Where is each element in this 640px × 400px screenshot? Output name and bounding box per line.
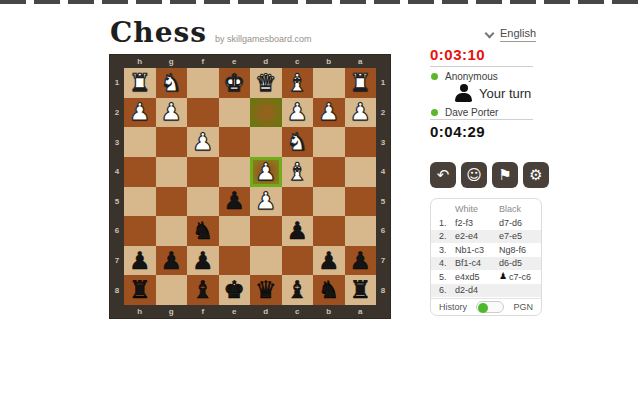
rank-label-7: 7 bbox=[110, 246, 124, 276]
page: Chess by skillgamesboard.com hgfedcba1♜♞… bbox=[0, 0, 640, 400]
square-e1[interactable]: ♚ bbox=[219, 68, 251, 98]
square-a4[interactable] bbox=[345, 157, 377, 187]
square-a1[interactable]: ♜ bbox=[345, 68, 377, 98]
file-label-c: c bbox=[282, 55, 314, 68]
file-label-f: f bbox=[187, 305, 219, 318]
square-c8[interactable]: ♝ bbox=[282, 275, 314, 305]
file-label-h: h bbox=[124, 305, 156, 318]
online-status-icon bbox=[431, 73, 438, 80]
square-e4[interactable] bbox=[219, 157, 251, 187]
person-icon bbox=[455, 84, 472, 102]
piece-black-king: ♚ bbox=[223, 278, 245, 302]
rank-label-7: 7 bbox=[376, 246, 390, 276]
move-number: 1. bbox=[431, 218, 455, 228]
square-c1[interactable]: ♝ bbox=[282, 68, 314, 98]
white-move: e2-e4 bbox=[455, 231, 499, 241]
piece-black-rook: ♜ bbox=[129, 278, 151, 302]
player-row-opponent: Anonymous bbox=[431, 71, 498, 82]
square-e6[interactable] bbox=[219, 216, 251, 246]
piece-white-pawn: ♟ bbox=[192, 130, 214, 154]
file-label-g: g bbox=[156, 55, 188, 68]
square-g2[interactable]: ♟ bbox=[156, 98, 188, 128]
opponent-timer: 0:03:10 bbox=[430, 46, 485, 63]
player-name: Dave Porter bbox=[445, 107, 498, 118]
language-selector[interactable]: English bbox=[486, 27, 536, 42]
piece-white-pawn: ♟ bbox=[129, 100, 151, 124]
square-h2[interactable]: ♟ bbox=[124, 98, 156, 128]
square-d1[interactable]: ♛ bbox=[250, 68, 282, 98]
file-label-a: a bbox=[345, 55, 377, 68]
self-timer: 0:04:29 bbox=[430, 123, 485, 140]
file-label-d: d bbox=[250, 55, 282, 68]
square-g4[interactable] bbox=[156, 157, 188, 187]
square-g6[interactable] bbox=[156, 216, 188, 246]
square-c3[interactable]: ♞ bbox=[282, 127, 314, 157]
square-h3[interactable] bbox=[124, 127, 156, 157]
square-d8[interactable]: ♛ bbox=[250, 275, 282, 305]
board-corner bbox=[110, 55, 124, 68]
square-f1[interactable] bbox=[187, 68, 219, 98]
square-b3[interactable] bbox=[313, 127, 345, 157]
square-g1[interactable]: ♞ bbox=[156, 68, 188, 98]
player-row-self: Dave Porter bbox=[431, 107, 498, 118]
rank-label-5: 5 bbox=[110, 187, 124, 217]
white-move: d2-d4 bbox=[455, 285, 499, 295]
rank-label-4: 4 bbox=[376, 157, 390, 187]
piece-black-knight: ♞ bbox=[318, 278, 340, 302]
square-c5[interactable] bbox=[282, 187, 314, 217]
move-row: 6.d2-d4 bbox=[431, 284, 541, 298]
rank-label-6: 6 bbox=[376, 216, 390, 246]
file-label-b: b bbox=[313, 305, 345, 318]
rank-label-8: 8 bbox=[376, 275, 390, 305]
square-c7[interactable] bbox=[282, 246, 314, 276]
piece-black-pawn: ♟ bbox=[192, 249, 214, 273]
move-table: WhiteBlack1.f2-f3d7-d62.e2-e4e7-e53.Nb1-… bbox=[431, 199, 541, 297]
top-dashed-strip bbox=[0, 0, 640, 4]
square-f7[interactable]: ♟ bbox=[187, 246, 219, 276]
language-label[interactable]: English bbox=[500, 27, 536, 42]
piece-white-king: ♚ bbox=[223, 71, 245, 95]
black-move-text: d6-d5 bbox=[499, 258, 522, 268]
rank-label-3: 3 bbox=[110, 127, 124, 157]
toolbar: ↶☺⚑⚙ bbox=[430, 162, 549, 188]
file-label-c: c bbox=[282, 305, 314, 318]
rank-label-5: 5 bbox=[376, 187, 390, 217]
history-label: History bbox=[439, 302, 467, 312]
piece-white-rook: ♜ bbox=[349, 71, 371, 95]
column-header-white: White bbox=[455, 204, 499, 214]
piece-white-pawn: ♟ bbox=[160, 100, 182, 124]
piece-white-rook: ♜ bbox=[129, 71, 151, 95]
square-d5[interactable]: ♟ bbox=[250, 187, 282, 217]
square-f3[interactable]: ♟ bbox=[187, 127, 219, 157]
rank-label-4: 4 bbox=[110, 157, 124, 187]
square-d7[interactable] bbox=[250, 246, 282, 276]
black-move: d7-d6 bbox=[499, 218, 541, 228]
piece-black-pawn: ♟ bbox=[286, 219, 308, 243]
page-title: Chess bbox=[110, 16, 207, 49]
move-number: 2. bbox=[431, 231, 455, 241]
white-move: Bf1-c4 bbox=[455, 258, 499, 268]
smiley-button[interactable]: ☺ bbox=[461, 162, 487, 188]
square-b1[interactable] bbox=[313, 68, 345, 98]
piece-black-rook: ♜ bbox=[349, 278, 371, 302]
square-a6[interactable] bbox=[345, 216, 377, 246]
square-h6[interactable] bbox=[124, 216, 156, 246]
rank-label-6: 6 bbox=[110, 216, 124, 246]
turn-indicator: Your turn bbox=[455, 84, 531, 102]
piece-black-pawn: ♟ bbox=[349, 249, 371, 273]
piece-white-queen: ♛ bbox=[255, 71, 277, 95]
file-label-f: f bbox=[187, 55, 219, 68]
piece-black-bishop: ♝ bbox=[286, 278, 308, 302]
square-g7[interactable]: ♟ bbox=[156, 246, 188, 276]
settings-button[interactable]: ⚙ bbox=[523, 162, 549, 188]
square-b6[interactable] bbox=[313, 216, 345, 246]
black-move: d6-d5 bbox=[499, 258, 541, 268]
square-f5[interactable] bbox=[187, 187, 219, 217]
move-row: 5.e4xd5♟c7-c6 bbox=[431, 270, 541, 284]
white-move: Nb1-c3 bbox=[455, 245, 499, 255]
file-label-a: a bbox=[345, 305, 377, 318]
white-move: e4xd5 bbox=[455, 272, 499, 282]
move-row: 4.Bf1-c4d6-d5 bbox=[431, 257, 541, 271]
square-e8[interactable]: ♚ bbox=[219, 275, 251, 305]
file-label-e: e bbox=[219, 305, 251, 318]
pawn-icon: ♟ bbox=[499, 272, 507, 281]
undo-button[interactable]: ↶ bbox=[430, 162, 456, 188]
square-h4[interactable] bbox=[124, 157, 156, 187]
page-subtitle: by skillgamesboard.com bbox=[215, 34, 312, 44]
square-h8[interactable]: ♜ bbox=[124, 275, 156, 305]
file-label-d: d bbox=[250, 305, 282, 318]
square-g8[interactable] bbox=[156, 275, 188, 305]
turn-label: Your turn bbox=[479, 86, 531, 101]
square-g3[interactable] bbox=[156, 127, 188, 157]
file-label-g: g bbox=[156, 305, 188, 318]
square-b5[interactable] bbox=[313, 187, 345, 217]
square-d2[interactable] bbox=[250, 98, 282, 128]
square-b2[interactable]: ♟ bbox=[313, 98, 345, 128]
move-number: 5. bbox=[431, 272, 455, 282]
move-number: 4. bbox=[431, 258, 455, 268]
title-row: Chess by skillgamesboard.com bbox=[110, 16, 312, 49]
square-f6[interactable]: ♞ bbox=[187, 216, 219, 246]
square-f8[interactable]: ♝ bbox=[187, 275, 219, 305]
square-b7[interactable]: ♟ bbox=[313, 246, 345, 276]
pgn-label: PGN bbox=[513, 302, 533, 312]
square-h5[interactable] bbox=[124, 187, 156, 217]
piece-black-pawn: ♟ bbox=[223, 189, 245, 213]
black-move: Ng8-f6 bbox=[499, 245, 541, 255]
piece-black-knight: ♞ bbox=[192, 219, 214, 243]
piece-white-pawn: ♟ bbox=[349, 100, 371, 124]
chess-board[interactable]: hgfedcba1♜♞♚♛♝♜12♟♟♟♟♟23♟♞34♟♝45♟♟56♞♟67… bbox=[110, 55, 390, 318]
move-row: 2.e2-e4e7-e5 bbox=[431, 230, 541, 244]
chevron-down-icon bbox=[485, 28, 495, 38]
black-move: ♟c7-c6 bbox=[499, 272, 541, 282]
white-move: f2-f3 bbox=[455, 218, 499, 228]
divider bbox=[430, 66, 533, 67]
file-label-e: e bbox=[219, 55, 251, 68]
square-d6[interactable] bbox=[250, 216, 282, 246]
move-number: 6. bbox=[431, 285, 455, 295]
square-e3[interactable] bbox=[219, 127, 251, 157]
player-name: Anonymous bbox=[445, 71, 498, 82]
move-number: 3. bbox=[431, 245, 455, 255]
black-move-text: e7-e5 bbox=[499, 231, 522, 241]
black-move-text: Ng8-f6 bbox=[499, 245, 526, 255]
online-status-icon bbox=[431, 109, 438, 116]
divider bbox=[430, 119, 533, 120]
piece-white-bishop: ♝ bbox=[286, 71, 308, 95]
panel-footer: History PGN bbox=[431, 298, 541, 315]
square-c2[interactable]: ♟ bbox=[282, 98, 314, 128]
file-label-h: h bbox=[124, 55, 156, 68]
move-row: 3.Nb1-c3Ng8-f6 bbox=[431, 243, 541, 257]
square-e5[interactable]: ♟ bbox=[219, 187, 251, 217]
rank-label-2: 2 bbox=[376, 98, 390, 128]
piece-black-pawn: ♟ bbox=[318, 249, 340, 273]
flag-button[interactable]: ⚑ bbox=[492, 162, 518, 188]
piece-black-pawn: ♟ bbox=[129, 249, 151, 273]
square-a7[interactable]: ♟ bbox=[345, 246, 377, 276]
black-move-text: d7-d6 bbox=[499, 218, 522, 228]
black-move: e7-e5 bbox=[499, 231, 541, 241]
square-a3[interactable] bbox=[345, 127, 377, 157]
move-row: 1.f2-f3d7-d6 bbox=[431, 216, 541, 230]
square-c6[interactable]: ♟ bbox=[282, 216, 314, 246]
move-table-header: WhiteBlack bbox=[431, 201, 541, 216]
piece-black-bishop: ♝ bbox=[192, 278, 214, 302]
rank-label-1: 1 bbox=[376, 68, 390, 98]
history-pgn-toggle[interactable] bbox=[476, 301, 504, 313]
board-corner bbox=[376, 305, 390, 318]
piece-white-pawn: ♟ bbox=[255, 189, 277, 213]
square-a8[interactable]: ♜ bbox=[345, 275, 377, 305]
piece-white-knight: ♞ bbox=[286, 130, 308, 154]
toggle-knob-icon bbox=[478, 303, 488, 313]
black-move-text: c7-c6 bbox=[509, 272, 531, 282]
piece-white-pawn: ♟ bbox=[286, 100, 308, 124]
piece-black-pawn: ♟ bbox=[160, 249, 182, 273]
square-b8[interactable]: ♞ bbox=[313, 275, 345, 305]
square-h7[interactable]: ♟ bbox=[124, 246, 156, 276]
square-f2[interactable] bbox=[187, 98, 219, 128]
board-corner bbox=[376, 55, 390, 68]
piece-white-knight: ♞ bbox=[160, 71, 182, 95]
column-header-black: Black bbox=[499, 204, 541, 214]
square-e7[interactable] bbox=[219, 246, 251, 276]
piece-white-pawn: ♟ bbox=[255, 160, 277, 184]
square-b4[interactable] bbox=[313, 157, 345, 187]
move-history-panel: WhiteBlack1.f2-f3d7-d62.e2-e4e7-e53.Nb1-… bbox=[430, 198, 542, 316]
piece-white-pawn: ♟ bbox=[318, 100, 340, 124]
square-a2[interactable]: ♟ bbox=[345, 98, 377, 128]
square-e2[interactable] bbox=[219, 98, 251, 128]
square-h1[interactable]: ♜ bbox=[124, 68, 156, 98]
piece-white-bishop: ♝ bbox=[286, 160, 308, 184]
square-f4[interactable] bbox=[187, 157, 219, 187]
square-g5[interactable] bbox=[156, 187, 188, 217]
square-a5[interactable] bbox=[345, 187, 377, 217]
rank-label-3: 3 bbox=[376, 127, 390, 157]
piece-black-queen: ♛ bbox=[255, 278, 277, 302]
rank-label-1: 1 bbox=[110, 68, 124, 98]
rank-label-2: 2 bbox=[110, 98, 124, 128]
file-label-b: b bbox=[313, 55, 345, 68]
square-d4[interactable]: ♟ bbox=[250, 157, 282, 187]
rank-label-8: 8 bbox=[110, 275, 124, 305]
square-d3[interactable] bbox=[250, 127, 282, 157]
board-corner bbox=[110, 305, 124, 318]
square-c4[interactable]: ♝ bbox=[282, 157, 314, 187]
